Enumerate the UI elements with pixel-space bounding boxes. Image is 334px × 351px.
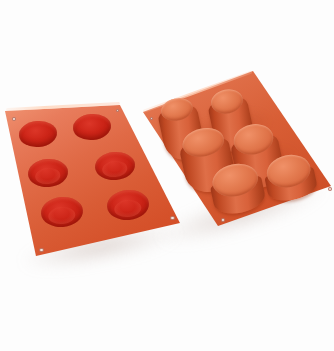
muffin-cup: [261, 150, 319, 204]
corner-hole: [150, 117, 153, 120]
product-photo: [0, 0, 334, 351]
corner-hole: [328, 187, 332, 191]
corner-hole: [12, 117, 16, 121]
corner-hole: [221, 218, 225, 222]
muffin-mold-flipped: [140, 60, 334, 230]
corner-hole: [39, 248, 44, 252]
corner-hole: [116, 109, 119, 112]
